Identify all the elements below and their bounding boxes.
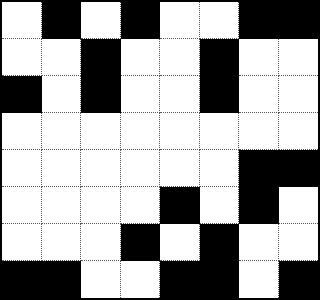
grid-cell[interactable] (81, 187, 121, 224)
blocked-cell (81, 76, 121, 113)
blocked-cell (2, 261, 42, 298)
grid-cell[interactable] (121, 187, 161, 224)
grid-cell[interactable] (279, 113, 319, 150)
grid-cell[interactable] (42, 150, 82, 187)
blocked-cell (200, 261, 240, 298)
grid-cell[interactable] (239, 39, 279, 76)
puzzle-board (0, 0, 320, 300)
grid-cell[interactable] (2, 2, 42, 39)
grid-cell[interactable] (239, 224, 279, 261)
grid-cell[interactable] (200, 113, 240, 150)
blocked-cell (160, 261, 200, 298)
grid-cell[interactable] (239, 76, 279, 113)
blocked-cell (42, 261, 82, 298)
grid-cell[interactable] (279, 39, 319, 76)
grid-cell[interactable] (81, 224, 121, 261)
blocked-cell (200, 39, 240, 76)
grid-cell[interactable] (2, 224, 42, 261)
grid-cell[interactable] (2, 150, 42, 187)
blocked-cell (42, 2, 82, 39)
grid-cell[interactable] (42, 113, 82, 150)
blocked-cell (200, 76, 240, 113)
grid-cell[interactable] (160, 76, 200, 113)
grid-cell[interactable] (2, 187, 42, 224)
grid-cell[interactable] (200, 150, 240, 187)
blocked-cell (121, 2, 161, 39)
grid-cell[interactable] (279, 76, 319, 113)
grid-cell[interactable] (2, 39, 42, 76)
grid-cell[interactable] (42, 76, 82, 113)
grid-cell[interactable] (160, 113, 200, 150)
grid-cell[interactable] (121, 150, 161, 187)
blocked-cell (279, 2, 319, 39)
blocked-cell (81, 39, 121, 76)
grid-cell[interactable] (42, 224, 82, 261)
grid-cell[interactable] (239, 261, 279, 298)
grid-cell[interactable] (279, 224, 319, 261)
grid-cell[interactable] (81, 113, 121, 150)
blocked-cell (279, 261, 319, 298)
grid-cell[interactable] (42, 187, 82, 224)
grid-cell[interactable] (42, 39, 82, 76)
blocked-cell (2, 76, 42, 113)
grid-cell[interactable] (81, 150, 121, 187)
grid-cell[interactable] (2, 113, 42, 150)
grid-cell[interactable] (121, 113, 161, 150)
grid-cell[interactable] (81, 261, 121, 298)
grid-cell[interactable] (160, 2, 200, 39)
grid-cell[interactable] (121, 39, 161, 76)
blocked-cell (160, 187, 200, 224)
grid-cell[interactable] (121, 76, 161, 113)
blocked-cell (239, 2, 279, 39)
grid-cell[interactable] (200, 2, 240, 39)
blocked-cell (121, 224, 161, 261)
blocked-cell (239, 187, 279, 224)
grid-cell[interactable] (200, 187, 240, 224)
grid-cell[interactable] (279, 187, 319, 224)
grid-cell[interactable] (160, 224, 200, 261)
blocked-cell (279, 150, 319, 187)
grid-cell[interactable] (239, 113, 279, 150)
grid-cell[interactable] (160, 150, 200, 187)
grid-cell[interactable] (81, 2, 121, 39)
blocked-cell (200, 224, 240, 261)
grid-cell[interactable] (160, 39, 200, 76)
blocked-cell (239, 150, 279, 187)
grid-cell[interactable] (121, 261, 161, 298)
